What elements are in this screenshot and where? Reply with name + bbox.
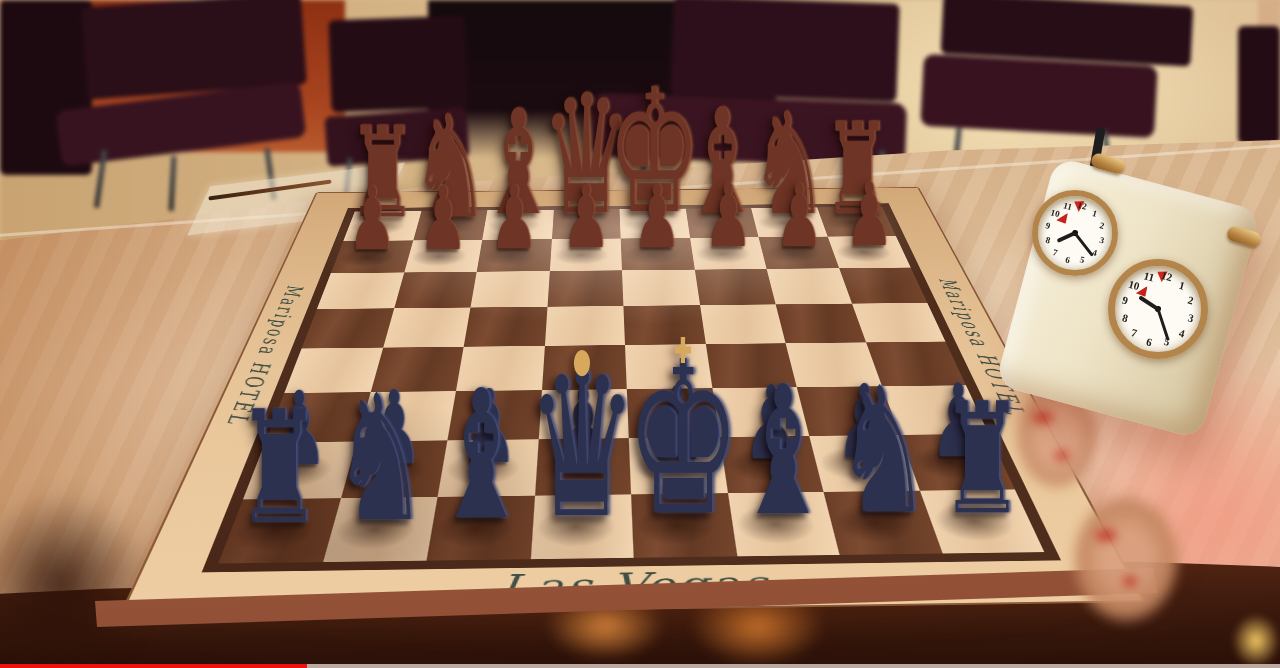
queen-glyph: ♛● [526, 343, 637, 546]
clock-numeral-12: 12 [1160, 269, 1174, 283]
clock-numeral-9: 9 [1044, 220, 1051, 231]
square-b5[interactable] [383, 307, 471, 347]
square-h6[interactable] [839, 268, 927, 304]
pawn-glyph: ♟ [490, 175, 538, 263]
knight-glyph: ♞ [332, 371, 428, 545]
clock-numeral-12: 12 [1077, 200, 1088, 212]
rook-glyph: ♜ [236, 391, 321, 545]
clock-numeral-1: 1 [1091, 208, 1098, 219]
clock-numeral-11: 11 [1143, 269, 1156, 283]
bishop-glyph: ♝ [432, 366, 530, 544]
gold-ball-finial: ● [573, 344, 591, 378]
clock-numeral-7: 7 [1052, 247, 1059, 258]
clock-numeral-6: 6 [1145, 335, 1153, 348]
clock-reflection [1050, 468, 1202, 650]
clock-numeral-9: 9 [1121, 294, 1129, 307]
pawn-glyph: ♟ [633, 174, 681, 262]
clock-numeral-2: 2 [1187, 294, 1195, 307]
clock-numeral-8: 8 [1045, 235, 1052, 246]
square-b6[interactable] [394, 272, 477, 308]
pawn-glyph: ♟ [704, 173, 752, 261]
minute-hand [1074, 232, 1094, 256]
clock-numeral-3: 3 [1187, 311, 1195, 324]
clock-left-dial: 121234567891011 [1032, 190, 1118, 276]
clock-numeral-8: 8 [1121, 311, 1129, 324]
clock-numeral-4: 4 [1178, 327, 1186, 340]
game-scene: Mariposa HOTEL Mariposa HOTEL Las Vegas … [0, 0, 1280, 668]
pawn-glyph: ♟ [775, 172, 823, 260]
square-a5[interactable] [302, 308, 394, 348]
clock-numeral-10: 10 [1127, 278, 1141, 292]
clock-numeral-2: 2 [1099, 220, 1106, 231]
minute-hand [1157, 309, 1170, 342]
pawn-glyph: ♟ [562, 174, 610, 262]
pawn-glyph: ♟ [419, 176, 467, 264]
pawn-glyph: ♟ [347, 176, 395, 264]
square-g5[interactable] [776, 303, 866, 343]
clock-numeral-11: 11 [1062, 200, 1073, 212]
clock-numeral-3: 3 [1099, 235, 1106, 246]
video-progress-played [0, 664, 307, 668]
bishop-glyph: ♝ [734, 363, 832, 541]
square-d6[interactable] [547, 270, 623, 306]
knight-glyph: ♞ [835, 365, 931, 539]
video-progress-bar[interactable] [0, 664, 1280, 668]
clock-numeral-1: 1 [1178, 278, 1186, 291]
square-g6[interactable] [767, 268, 852, 304]
square-a6[interactable] [317, 272, 404, 308]
gold-cross-finial: ✚ [673, 335, 691, 371]
clock-numeral-10: 10 [1050, 207, 1061, 219]
square-h5[interactable] [851, 303, 945, 343]
clock-numeral-6: 6 [1064, 255, 1071, 266]
king-glyph: ♚✚ [625, 335, 741, 545]
clock-numeral-7: 7 [1130, 326, 1138, 339]
square-f6[interactable] [694, 269, 775, 305]
pawn-glyph: ♟ [845, 172, 893, 260]
rook-glyph: ♜ [940, 382, 1024, 535]
clock-right-dial: 121234567891011 [1108, 259, 1208, 359]
square-e6[interactable] [622, 270, 700, 306]
square-c6[interactable] [471, 271, 550, 307]
clock-numeral-5: 5 [1079, 255, 1086, 266]
